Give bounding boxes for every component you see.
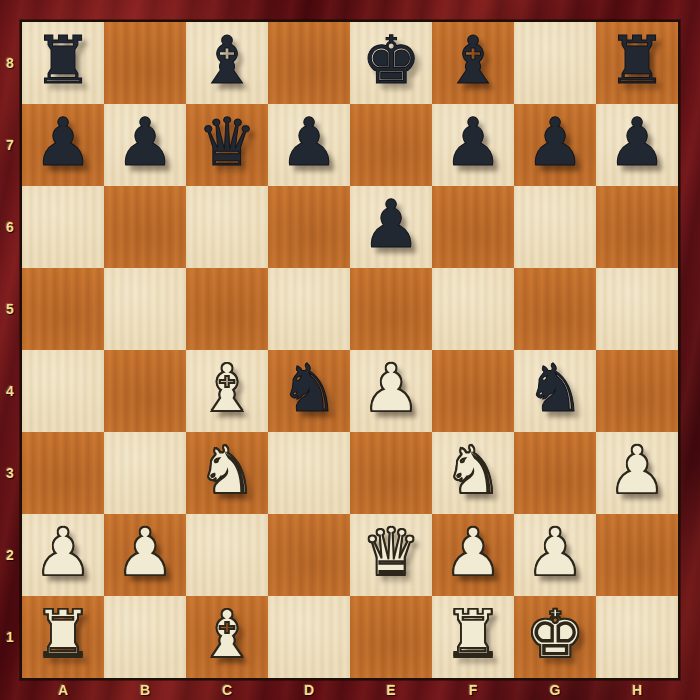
square-b4[interactable] — [104, 350, 186, 432]
square-f2[interactable]: ♟ — [432, 514, 514, 596]
piece-white-pawn: ♟ — [361, 356, 420, 422]
piece-black-queen: ♛ — [197, 110, 256, 176]
piece-white-rook: ♜ — [443, 602, 502, 668]
square-a2[interactable]: ♟ — [22, 514, 104, 596]
piece-white-king: ♚ — [525, 602, 584, 668]
file-label-c: C — [186, 680, 268, 700]
square-h2[interactable] — [596, 514, 678, 596]
rank-label-6: 6 — [0, 186, 20, 268]
square-f6[interactable] — [432, 186, 514, 268]
square-c6[interactable] — [186, 186, 268, 268]
square-c8[interactable]: ♝ — [186, 22, 268, 104]
rank-labels: 87654321 — [0, 22, 20, 678]
square-h8[interactable]: ♜ — [596, 22, 678, 104]
square-d2[interactable] — [268, 514, 350, 596]
square-g7[interactable]: ♟ — [514, 104, 596, 186]
square-a4[interactable] — [22, 350, 104, 432]
square-g8[interactable] — [514, 22, 596, 104]
rank-label-1: 1 — [0, 596, 20, 678]
square-h4[interactable] — [596, 350, 678, 432]
square-b2[interactable]: ♟ — [104, 514, 186, 596]
square-a3[interactable] — [22, 432, 104, 514]
rank-label-4: 4 — [0, 350, 20, 432]
square-a5[interactable] — [22, 268, 104, 350]
piece-black-pawn: ♟ — [361, 192, 420, 258]
square-b5[interactable] — [104, 268, 186, 350]
square-g2[interactable]: ♟ — [514, 514, 596, 596]
square-a7[interactable]: ♟ — [22, 104, 104, 186]
square-h1[interactable] — [596, 596, 678, 678]
square-e4[interactable]: ♟ — [350, 350, 432, 432]
square-h3[interactable]: ♟ — [596, 432, 678, 514]
square-g3[interactable] — [514, 432, 596, 514]
square-f4[interactable] — [432, 350, 514, 432]
square-f1[interactable]: ♜ — [432, 596, 514, 678]
file-label-b: B — [104, 680, 186, 700]
square-c2[interactable] — [186, 514, 268, 596]
piece-black-bishop: ♝ — [197, 28, 256, 94]
piece-white-bishop: ♝ — [197, 356, 256, 422]
piece-white-pawn: ♟ — [443, 520, 502, 586]
piece-white-pawn: ♟ — [33, 520, 92, 586]
rank-label-7: 7 — [0, 104, 20, 186]
file-label-f: F — [432, 680, 514, 700]
square-a8[interactable]: ♜ — [22, 22, 104, 104]
rank-label-5: 5 — [0, 268, 20, 350]
square-b1[interactable] — [104, 596, 186, 678]
piece-black-rook: ♜ — [607, 28, 666, 94]
square-c7[interactable]: ♛ — [186, 104, 268, 186]
file-label-e: E — [350, 680, 432, 700]
square-h5[interactable] — [596, 268, 678, 350]
file-label-g: G — [514, 680, 596, 700]
file-label-d: D — [268, 680, 350, 700]
piece-black-pawn: ♟ — [607, 110, 666, 176]
piece-white-rook: ♜ — [33, 602, 92, 668]
piece-black-bishop: ♝ — [443, 28, 502, 94]
square-f5[interactable] — [432, 268, 514, 350]
file-labels: ABCDEFGH — [22, 680, 678, 700]
piece-black-king: ♚ — [361, 28, 420, 94]
square-e1[interactable] — [350, 596, 432, 678]
square-g6[interactable] — [514, 186, 596, 268]
square-c1[interactable]: ♝ — [186, 596, 268, 678]
square-e7[interactable] — [350, 104, 432, 186]
rank-label-2: 2 — [0, 514, 20, 596]
square-e2[interactable]: ♛ — [350, 514, 432, 596]
rank-label-8: 8 — [0, 22, 20, 104]
piece-white-queen: ♛ — [361, 520, 420, 586]
piece-white-knight: ♞ — [197, 438, 256, 504]
square-b7[interactable]: ♟ — [104, 104, 186, 186]
square-d1[interactable] — [268, 596, 350, 678]
square-b6[interactable] — [104, 186, 186, 268]
square-f3[interactable]: ♞ — [432, 432, 514, 514]
board-frame: 87654321 ABCDEFGH ♜♝♚♝♜♟♟♛♟♟♟♟♟♝♞♟♞♞♞♟♟♟… — [0, 0, 700, 700]
square-e3[interactable] — [350, 432, 432, 514]
rank-label-3: 3 — [0, 432, 20, 514]
square-b3[interactable] — [104, 432, 186, 514]
square-f8[interactable]: ♝ — [432, 22, 514, 104]
square-c4[interactable]: ♝ — [186, 350, 268, 432]
chess-board: ♜♝♚♝♜♟♟♛♟♟♟♟♟♝♞♟♞♞♞♟♟♟♛♟♟♜♝♜♚ — [20, 20, 680, 680]
square-d7[interactable]: ♟ — [268, 104, 350, 186]
piece-black-knight: ♞ — [279, 356, 338, 422]
piece-black-pawn: ♟ — [115, 110, 174, 176]
square-e8[interactable]: ♚ — [350, 22, 432, 104]
square-d4[interactable]: ♞ — [268, 350, 350, 432]
square-e6[interactable]: ♟ — [350, 186, 432, 268]
piece-black-knight: ♞ — [525, 356, 584, 422]
square-e5[interactable] — [350, 268, 432, 350]
piece-black-pawn: ♟ — [33, 110, 92, 176]
square-g5[interactable] — [514, 268, 596, 350]
piece-black-pawn: ♟ — [279, 110, 338, 176]
square-h6[interactable] — [596, 186, 678, 268]
square-d3[interactable] — [268, 432, 350, 514]
file-label-h: H — [596, 680, 678, 700]
piece-white-pawn: ♟ — [607, 438, 666, 504]
square-a6[interactable] — [22, 186, 104, 268]
square-g1[interactable]: ♚ — [514, 596, 596, 678]
square-d8[interactable] — [268, 22, 350, 104]
square-d5[interactable] — [268, 268, 350, 350]
piece-white-pawn: ♟ — [525, 520, 584, 586]
square-b8[interactable] — [104, 22, 186, 104]
square-d6[interactable] — [268, 186, 350, 268]
piece-black-rook: ♜ — [33, 28, 92, 94]
piece-white-bishop: ♝ — [197, 602, 256, 668]
piece-black-pawn: ♟ — [443, 110, 502, 176]
square-a1[interactable]: ♜ — [22, 596, 104, 678]
square-f7[interactable]: ♟ — [432, 104, 514, 186]
file-label-a: A — [22, 680, 104, 700]
piece-black-pawn: ♟ — [525, 110, 584, 176]
square-c5[interactable] — [186, 268, 268, 350]
square-h7[interactable]: ♟ — [596, 104, 678, 186]
square-c3[interactable]: ♞ — [186, 432, 268, 514]
piece-white-knight: ♞ — [443, 438, 502, 504]
square-g4[interactable]: ♞ — [514, 350, 596, 432]
piece-white-pawn: ♟ — [115, 520, 174, 586]
